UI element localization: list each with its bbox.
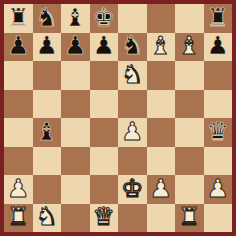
black-knight[interactable]: ♞ — [121, 33, 143, 58]
white-pawn[interactable]: ♟ — [207, 176, 229, 201]
white-bishop[interactable]: ♝ — [150, 33, 172, 58]
square-d8[interactable]: ♚ — [90, 4, 119, 33]
square-e4[interactable]: ♟ — [118, 118, 147, 147]
square-e7[interactable]: ♞ — [118, 33, 147, 62]
square-a2[interactable]: ♟ — [4, 175, 33, 204]
square-a3[interactable] — [4, 147, 33, 176]
black-pawn[interactable]: ♟ — [7, 33, 29, 58]
square-d6[interactable] — [90, 61, 119, 90]
white-queen[interactable]: ♛ — [93, 204, 115, 229]
square-h6[interactable] — [204, 61, 233, 90]
square-e1[interactable] — [118, 204, 147, 233]
white-rook[interactable]: ♜ — [178, 204, 200, 229]
square-e8[interactable] — [118, 4, 147, 33]
square-a1[interactable]: ♜ — [4, 204, 33, 233]
square-c2[interactable] — [61, 175, 90, 204]
square-b7[interactable]: ♟ — [33, 33, 62, 62]
square-b6[interactable] — [33, 61, 62, 90]
square-e3[interactable] — [118, 147, 147, 176]
square-g8[interactable] — [175, 4, 204, 33]
square-c1[interactable] — [61, 204, 90, 233]
black-pawn[interactable]: ♟ — [36, 33, 58, 58]
black-bishop[interactable]: ♝ — [64, 5, 86, 30]
square-h4[interactable]: ♛ — [204, 118, 233, 147]
square-g7[interactable]: ♝ — [175, 33, 204, 62]
black-knight[interactable]: ♞ — [36, 5, 58, 30]
square-e6[interactable]: ♞ — [118, 61, 147, 90]
square-h7[interactable]: ♟ — [204, 33, 233, 62]
square-g2[interactable] — [175, 175, 204, 204]
square-h1[interactable] — [204, 204, 233, 233]
square-f5[interactable] — [147, 90, 176, 119]
square-f2[interactable]: ♟ — [147, 175, 176, 204]
square-g6[interactable] — [175, 61, 204, 90]
white-king[interactable]: ♚ — [121, 176, 143, 201]
square-d3[interactable] — [90, 147, 119, 176]
square-g3[interactable] — [175, 147, 204, 176]
square-d4[interactable] — [90, 118, 119, 147]
white-pawn[interactable]: ♟ — [150, 176, 172, 201]
black-bishop[interactable]: ♝ — [36, 119, 58, 144]
square-g1[interactable]: ♜ — [175, 204, 204, 233]
square-f4[interactable] — [147, 118, 176, 147]
white-knight[interactable]: ♞ — [36, 204, 58, 229]
square-h8[interactable]: ♜ — [204, 4, 233, 33]
square-c7[interactable]: ♟ — [61, 33, 90, 62]
square-c4[interactable] — [61, 118, 90, 147]
square-c6[interactable] — [61, 61, 90, 90]
square-c8[interactable]: ♝ — [61, 4, 90, 33]
white-rook[interactable]: ♜ — [7, 204, 29, 229]
square-a4[interactable] — [4, 118, 33, 147]
white-pawn[interactable]: ♟ — [7, 176, 29, 201]
square-b3[interactable] — [33, 147, 62, 176]
white-bishop[interactable]: ♝ — [178, 33, 200, 58]
square-b1[interactable]: ♞ — [33, 204, 62, 233]
black-rook[interactable]: ♜ — [207, 5, 229, 30]
square-f3[interactable] — [147, 147, 176, 176]
square-d7[interactable]: ♟ — [90, 33, 119, 62]
square-b5[interactable] — [33, 90, 62, 119]
square-a8[interactable]: ♜ — [4, 4, 33, 33]
square-a6[interactable] — [4, 61, 33, 90]
square-g5[interactable] — [175, 90, 204, 119]
square-f1[interactable] — [147, 204, 176, 233]
square-h5[interactable] — [204, 90, 233, 119]
square-b4[interactable]: ♝ — [33, 118, 62, 147]
black-pawn[interactable]: ♟ — [93, 33, 115, 58]
black-pawn[interactable]: ♟ — [207, 33, 229, 58]
square-h2[interactable]: ♟ — [204, 175, 233, 204]
square-e5[interactable] — [118, 90, 147, 119]
square-d5[interactable] — [90, 90, 119, 119]
square-a7[interactable]: ♟ — [4, 33, 33, 62]
black-king[interactable]: ♚ — [93, 5, 115, 30]
square-d1[interactable]: ♛ — [90, 204, 119, 233]
square-d2[interactable] — [90, 175, 119, 204]
square-h3[interactable] — [204, 147, 233, 176]
black-rook[interactable]: ♜ — [7, 5, 29, 30]
square-f7[interactable]: ♝ — [147, 33, 176, 62]
square-a5[interactable] — [4, 90, 33, 119]
chess-board: ♜♞♝♚♜♟♟♟♟♞♝♝♟♞♝♟♛♟♚♟♟♜♞♛♜ — [4, 4, 232, 232]
square-f8[interactable] — [147, 4, 176, 33]
square-c3[interactable] — [61, 147, 90, 176]
square-b2[interactable] — [33, 175, 62, 204]
square-f6[interactable] — [147, 61, 176, 90]
black-queen[interactable]: ♛ — [207, 119, 229, 144]
black-pawn[interactable]: ♟ — [64, 33, 86, 58]
square-e2[interactable]: ♚ — [118, 175, 147, 204]
white-knight[interactable]: ♞ — [121, 62, 143, 87]
square-b8[interactable]: ♞ — [33, 4, 62, 33]
square-c5[interactable] — [61, 90, 90, 119]
square-g4[interactable] — [175, 118, 204, 147]
chess-board-frame: ♜♞♝♚♜♟♟♟♟♞♝♝♟♞♝♟♛♟♚♟♟♜♞♛♜ — [0, 0, 236, 236]
white-pawn[interactable]: ♟ — [121, 119, 143, 144]
